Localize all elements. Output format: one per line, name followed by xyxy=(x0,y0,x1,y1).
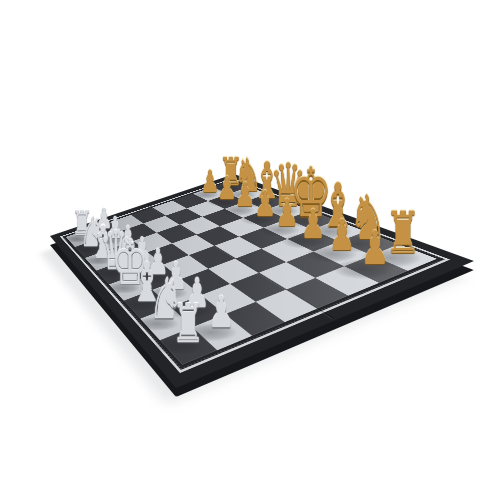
piece-silver-rook-h1[interactable]: ♜ xyxy=(171,297,204,350)
piece-gold-pawn-h7[interactable]: ♟ xyxy=(361,227,390,273)
piece-silver-pawn-h2[interactable]: ♟ xyxy=(208,292,235,336)
pieces-layer: ♜♞♝♛♚♝♞♜♟♟♟♟♟♟♟♟♟♟♟♟♟♟♟♟♜♞♝♛♚♝♞♜ xyxy=(0,0,500,500)
piece-gold-pawn-g7[interactable]: ♟ xyxy=(328,214,355,257)
piece-gold-pawn-d7[interactable]: ♟ xyxy=(254,186,276,222)
piece-gold-pawn-e7[interactable]: ♟ xyxy=(275,194,299,232)
piece-gold-pawn-c7[interactable]: ♟ xyxy=(234,179,255,213)
piece-gold-pawn-f7[interactable]: ♟ xyxy=(300,204,325,244)
chess-set-product-photo: ♜♞♝♛♚♝♞♜♟♟♟♟♟♟♟♟♟♟♟♟♟♟♟♟♜♞♝♛♚♝♞♜ xyxy=(0,0,500,500)
piece-gold-rook-h8[interactable]: ♜ xyxy=(385,205,421,263)
